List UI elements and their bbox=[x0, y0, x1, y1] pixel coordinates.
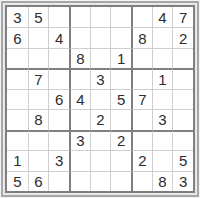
cell-r9c3[interactable] bbox=[48, 171, 69, 191]
cell-r2c9[interactable]: 2 bbox=[172, 27, 193, 47]
cell-r6c5[interactable]: 2 bbox=[90, 109, 111, 129]
cell-r6c3[interactable] bbox=[48, 109, 69, 129]
cell-r5c4[interactable]: 4 bbox=[69, 89, 90, 109]
cell-r3c2[interactable] bbox=[28, 48, 49, 68]
cell-r5c8[interactable] bbox=[152, 89, 173, 109]
cell-r2c8[interactable] bbox=[152, 27, 173, 47]
cell-r5c2[interactable] bbox=[28, 89, 49, 109]
cell-r6c7[interactable] bbox=[131, 109, 152, 129]
cell-r8c3[interactable]: 3 bbox=[48, 150, 69, 170]
cell-r4c2[interactable]: 7 bbox=[28, 68, 49, 88]
cell-r2c5[interactable] bbox=[90, 27, 111, 47]
cell-r8c2[interactable] bbox=[28, 150, 49, 170]
cell-r3c1[interactable] bbox=[7, 48, 28, 68]
cell-r3c7[interactable] bbox=[131, 48, 152, 68]
cell-r3c9[interactable] bbox=[172, 48, 193, 68]
cell-r4c1[interactable] bbox=[7, 68, 28, 88]
sudoku-app: 354764828173164578233213255683 bbox=[0, 0, 200, 198]
cell-r7c5[interactable] bbox=[90, 130, 111, 150]
cell-r2c3[interactable]: 4 bbox=[48, 27, 69, 47]
cell-r1c3[interactable] bbox=[48, 7, 69, 27]
cell-r2c7[interactable]: 8 bbox=[131, 27, 152, 47]
cell-r3c5[interactable] bbox=[90, 48, 111, 68]
cell-r3c4[interactable]: 8 bbox=[69, 48, 90, 68]
cell-r6c9[interactable] bbox=[172, 109, 193, 129]
cell-r3c8[interactable] bbox=[152, 48, 173, 68]
cell-r8c6[interactable] bbox=[110, 150, 131, 170]
cell-r5c9[interactable] bbox=[172, 89, 193, 109]
cell-r9c2[interactable]: 6 bbox=[28, 171, 49, 191]
cell-r1c1[interactable]: 3 bbox=[7, 7, 28, 27]
cell-r6c1[interactable] bbox=[7, 109, 28, 129]
cell-r6c4[interactable] bbox=[69, 109, 90, 129]
cell-r7c7[interactable] bbox=[131, 130, 152, 150]
cell-r2c4[interactable] bbox=[69, 27, 90, 47]
cell-r8c5[interactable] bbox=[90, 150, 111, 170]
cell-r7c3[interactable] bbox=[48, 130, 69, 150]
cell-r4c7[interactable] bbox=[131, 68, 152, 88]
cell-r1c6[interactable] bbox=[110, 7, 131, 27]
cell-r9c5[interactable] bbox=[90, 171, 111, 191]
cell-r9c4[interactable] bbox=[69, 171, 90, 191]
cell-r8c1[interactable]: 1 bbox=[7, 150, 28, 170]
cell-r6c8[interactable]: 3 bbox=[152, 109, 173, 129]
cell-r7c6[interactable]: 2 bbox=[110, 130, 131, 150]
board-frame: 354764828173164578233213255683 bbox=[3, 3, 197, 195]
cell-r7c4[interactable]: 3 bbox=[69, 130, 90, 150]
cell-r9c1[interactable]: 5 bbox=[7, 171, 28, 191]
cell-r6c6[interactable] bbox=[110, 109, 131, 129]
cell-r7c9[interactable] bbox=[172, 130, 193, 150]
cell-r7c2[interactable] bbox=[28, 130, 49, 150]
cell-r2c6[interactable] bbox=[110, 27, 131, 47]
cell-r2c1[interactable]: 6 bbox=[7, 27, 28, 47]
cell-r5c1[interactable] bbox=[7, 89, 28, 109]
cell-r5c7[interactable]: 7 bbox=[131, 89, 152, 109]
cell-r4c8[interactable]: 1 bbox=[152, 68, 173, 88]
cell-r8c9[interactable]: 5 bbox=[172, 150, 193, 170]
cell-r9c6[interactable] bbox=[110, 171, 131, 191]
cell-r9c7[interactable] bbox=[131, 171, 152, 191]
cell-r1c5[interactable] bbox=[90, 7, 111, 27]
cell-r3c6[interactable]: 1 bbox=[110, 48, 131, 68]
cell-r1c2[interactable]: 5 bbox=[28, 7, 49, 27]
cell-r4c9[interactable] bbox=[172, 68, 193, 88]
cell-r3c3[interactable] bbox=[48, 48, 69, 68]
cell-r4c5[interactable]: 3 bbox=[90, 68, 111, 88]
cell-r2c2[interactable] bbox=[28, 27, 49, 47]
cell-r9c8[interactable]: 8 bbox=[152, 171, 173, 191]
cell-r1c4[interactable] bbox=[69, 7, 90, 27]
cell-r4c6[interactable] bbox=[110, 68, 131, 88]
cell-r6c2[interactable]: 8 bbox=[28, 109, 49, 129]
cell-r1c8[interactable]: 4 bbox=[152, 7, 173, 27]
cell-r5c5[interactable] bbox=[90, 89, 111, 109]
cell-r1c9[interactable]: 7 bbox=[172, 7, 193, 27]
cell-r8c8[interactable] bbox=[152, 150, 173, 170]
cell-r1c7[interactable] bbox=[131, 7, 152, 27]
cell-r8c7[interactable]: 2 bbox=[131, 150, 152, 170]
cell-r7c1[interactable] bbox=[7, 130, 28, 150]
cell-r8c4[interactable] bbox=[69, 150, 90, 170]
cell-r9c9[interactable]: 3 bbox=[172, 171, 193, 191]
cell-r4c4[interactable] bbox=[69, 68, 90, 88]
cell-r5c6[interactable]: 5 bbox=[110, 89, 131, 109]
cell-r7c8[interactable] bbox=[152, 130, 173, 150]
cell-r4c3[interactable] bbox=[48, 68, 69, 88]
sudoku-board: 354764828173164578233213255683 bbox=[5, 5, 195, 193]
cell-r5c3[interactable]: 6 bbox=[48, 89, 69, 109]
